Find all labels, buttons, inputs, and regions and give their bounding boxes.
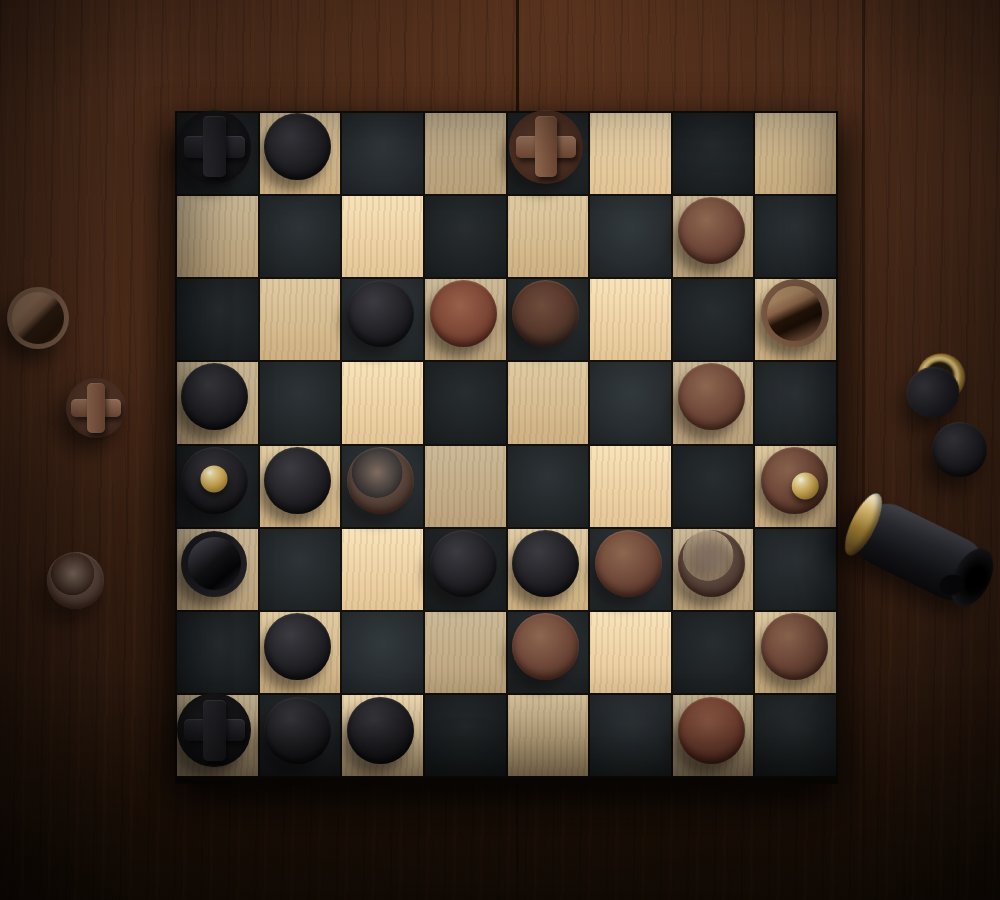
piece-walnut-cross-king-r1c5[interactable] (509, 110, 583, 184)
piece-black-disc-r5c2[interactable] (264, 447, 331, 514)
square-r7c4[interactable] (425, 612, 506, 693)
square-r5c4[interactable] (425, 446, 506, 527)
square-r6c8[interactable] (755, 529, 836, 610)
square-r6c2[interactable] (260, 529, 341, 610)
square-r2c4[interactable] (425, 196, 506, 277)
piece-black-disc-r6c4[interactable] (430, 530, 497, 597)
table-piece-black-disc[interactable] (932, 422, 987, 477)
square-r4c2[interactable] (260, 362, 341, 443)
piece-walnut-disc-r2c7[interactable] (678, 197, 745, 264)
square-r8c4[interactable] (425, 695, 506, 776)
square-r4c8[interactable] (755, 362, 836, 443)
table-piece-black-cylinder-with-brass-band[interactable] (901, 351, 971, 421)
square-r1c6[interactable] (590, 113, 671, 194)
square-r1c3[interactable] (342, 113, 423, 194)
piece-walnut-disc-r4c7[interactable] (678, 363, 745, 430)
wood-plank-seam (862, 0, 865, 900)
piece-black-disc-r8c2[interactable] (264, 697, 331, 764)
square-r7c3[interactable] (342, 612, 423, 693)
square-r7c6[interactable] (590, 612, 671, 693)
square-r7c1[interactable] (177, 612, 258, 693)
square-r4c6[interactable] (590, 362, 671, 443)
square-r8c5[interactable] (508, 695, 589, 776)
piece-walnut-disc-r5c3[interactable] (347, 447, 414, 514)
piece-black-disc-r8c3[interactable] (347, 697, 414, 764)
piece-black-cross-king-r1c1[interactable] (177, 110, 251, 184)
game-board (175, 111, 838, 784)
square-r2c6[interactable] (590, 196, 671, 277)
square-r4c4[interactable] (425, 362, 506, 443)
piece-black-disc-r3c3[interactable] (347, 280, 414, 347)
square-r3c2[interactable] (260, 279, 341, 360)
square-r5c5[interactable] (508, 446, 589, 527)
piece-walnut-disc-r8c7[interactable] (678, 697, 745, 764)
piece-walnut-disc-r6c7[interactable] (678, 530, 745, 597)
piece-black-cup-r6c1[interactable] (181, 531, 247, 597)
piece-black-disc-r1c2[interactable] (264, 113, 331, 180)
square-r5c7[interactable] (673, 446, 754, 527)
table-piece-walnut-cup[interactable] (7, 287, 69, 349)
square-r3c6[interactable] (590, 279, 671, 360)
square-r6c3[interactable] (342, 529, 423, 610)
table-piece-walnut-disc[interactable] (47, 552, 104, 609)
table-background (0, 0, 1000, 900)
square-r5c6[interactable] (590, 446, 671, 527)
square-r2c3[interactable] (342, 196, 423, 277)
piece-black-disc-r4c1[interactable] (181, 363, 248, 430)
piece-walnut-cup-r3c8[interactable] (761, 279, 829, 347)
piece-walnut-disc-r6c6[interactable] (595, 530, 662, 597)
square-r3c7[interactable] (673, 279, 754, 360)
square-r1c8[interactable] (755, 113, 836, 194)
square-r4c5[interactable] (508, 362, 589, 443)
square-r8c6[interactable] (590, 695, 671, 776)
piece-walnut-disc-r3c5[interactable] (512, 280, 579, 347)
square-r2c8[interactable] (755, 196, 836, 277)
square-r8c8[interactable] (755, 695, 836, 776)
table-piece-walnut-cross-king[interactable] (66, 378, 126, 438)
square-r1c7[interactable] (673, 113, 754, 194)
square-r7c7[interactable] (673, 612, 754, 693)
piece-walnut-disc-brass-ball-r5c8[interactable] (761, 447, 828, 514)
piece-black-disc-r7c2[interactable] (264, 613, 331, 680)
square-r4c3[interactable] (342, 362, 423, 443)
square-r3c1[interactable] (177, 279, 258, 360)
piece-black-disc-brass-ball-r5c1[interactable] (181, 447, 248, 514)
square-r2c2[interactable] (260, 196, 341, 277)
square-r1c4[interactable] (425, 113, 506, 194)
piece-walnut-disc-r3c4[interactable] (430, 280, 497, 347)
square-r2c1[interactable] (177, 196, 258, 277)
square-r2c5[interactable] (508, 196, 589, 277)
table-piece-black-cup-lying-on-side[interactable] (844, 493, 996, 611)
